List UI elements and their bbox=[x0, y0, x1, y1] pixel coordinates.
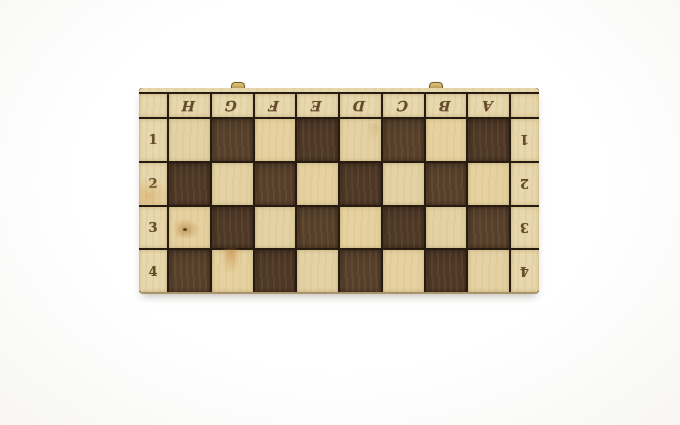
file-label-g-text: G bbox=[226, 99, 238, 113]
square-d4[interactable] bbox=[340, 250, 381, 292]
square-a4[interactable] bbox=[468, 250, 509, 292]
file-label-e-text: E bbox=[312, 99, 323, 113]
square-f2[interactable] bbox=[255, 163, 296, 205]
square-a2[interactable] bbox=[468, 163, 509, 205]
square-c1[interactable] bbox=[383, 119, 424, 161]
square-e2[interactable] bbox=[297, 163, 338, 205]
file-label-a: A bbox=[468, 94, 509, 117]
file-label-e: E bbox=[297, 94, 338, 117]
file-label-g: G bbox=[212, 94, 253, 117]
rank-label-right-4-text: 4 bbox=[520, 265, 529, 278]
square-b1[interactable] bbox=[426, 119, 467, 161]
square-b4[interactable] bbox=[426, 250, 467, 292]
square-f1[interactable] bbox=[255, 119, 296, 161]
file-label-f-text: F bbox=[270, 99, 280, 113]
file-label-c-text: C bbox=[398, 99, 409, 113]
file-label-c: C bbox=[383, 94, 424, 117]
rank-label-right-1: 1 bbox=[511, 119, 539, 161]
board-corner-top-right bbox=[511, 94, 539, 117]
square-b3[interactable] bbox=[426, 207, 467, 249]
rank-label-left-2: 2 bbox=[139, 163, 167, 205]
square-h2[interactable] bbox=[169, 163, 210, 205]
rank-label-right-4: 4 bbox=[511, 250, 539, 292]
square-c2[interactable] bbox=[383, 163, 424, 205]
board-grid: HGFEDCBA11223344 bbox=[139, 88, 539, 292]
file-label-h: H bbox=[169, 94, 210, 117]
square-h1[interactable] bbox=[169, 119, 210, 161]
square-g2[interactable] bbox=[212, 163, 253, 205]
file-label-d-text: D bbox=[354, 99, 366, 113]
square-f4[interactable] bbox=[255, 250, 296, 292]
square-g4[interactable] bbox=[212, 250, 253, 292]
square-a1[interactable] bbox=[468, 119, 509, 161]
chess-box-half: HGFEDCBA11223344 bbox=[139, 88, 539, 294]
square-a3[interactable] bbox=[468, 207, 509, 249]
file-label-h-text: H bbox=[183, 99, 196, 113]
square-f3[interactable] bbox=[255, 207, 296, 249]
rank-label-right-2-text: 2 bbox=[520, 177, 529, 190]
square-c3[interactable] bbox=[383, 207, 424, 249]
square-c4[interactable] bbox=[383, 250, 424, 292]
square-d3[interactable] bbox=[340, 207, 381, 249]
rank-label-left-4-text: 4 bbox=[148, 265, 157, 278]
file-label-a-text: A bbox=[483, 99, 494, 113]
file-label-d: D bbox=[340, 94, 381, 117]
file-label-f: F bbox=[255, 94, 296, 117]
board-top-rim bbox=[139, 88, 539, 92]
square-d2[interactable] bbox=[340, 163, 381, 205]
rank-label-left-3-text: 3 bbox=[148, 221, 157, 234]
rank-label-left-1-text: 1 bbox=[148, 133, 157, 146]
square-e4[interactable] bbox=[297, 250, 338, 292]
square-h4[interactable] bbox=[169, 250, 210, 292]
chess-board: HGFEDCBA11223344 bbox=[139, 88, 539, 294]
rank-label-right-3: 3 bbox=[511, 207, 539, 249]
square-e3[interactable] bbox=[297, 207, 338, 249]
rank-label-right-3-text: 3 bbox=[520, 221, 529, 234]
rank-label-left-3: 3 bbox=[139, 207, 167, 249]
square-g1[interactable] bbox=[212, 119, 253, 161]
rank-label-right-2: 2 bbox=[511, 163, 539, 205]
file-label-b: B bbox=[426, 94, 467, 117]
square-d1[interactable] bbox=[340, 119, 381, 161]
square-h3[interactable] bbox=[169, 207, 210, 249]
product-photo-stage: HGFEDCBA11223344 bbox=[0, 0, 680, 425]
rank-label-right-1-text: 1 bbox=[520, 133, 529, 146]
board-corner-top-left bbox=[139, 94, 167, 117]
file-label-b-text: B bbox=[440, 99, 452, 113]
square-g3[interactable] bbox=[212, 207, 253, 249]
rank-label-left-1: 1 bbox=[139, 119, 167, 161]
square-b2[interactable] bbox=[426, 163, 467, 205]
rank-label-left-4: 4 bbox=[139, 250, 167, 292]
square-e1[interactable] bbox=[297, 119, 338, 161]
rank-label-left-2-text: 2 bbox=[148, 177, 157, 190]
